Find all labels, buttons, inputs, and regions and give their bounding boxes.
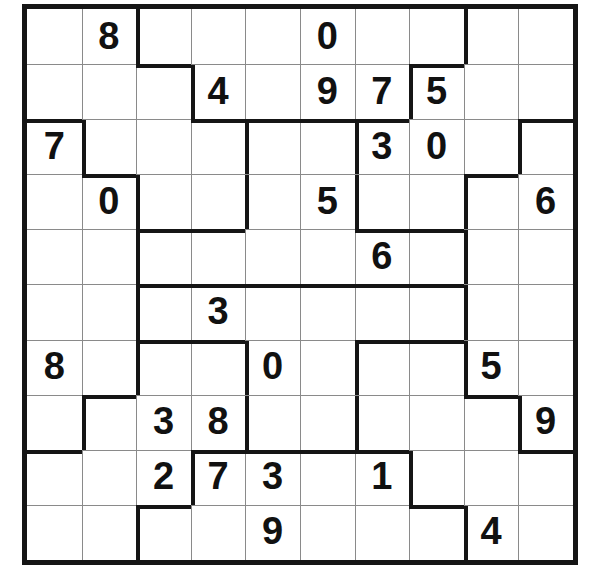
- grid-cell-r10c5[interactable]: 9: [245, 505, 300, 560]
- grid-cell-r10c7[interactable]: [355, 505, 410, 560]
- grid-cell-r3c8[interactable]: 0: [409, 119, 464, 174]
- grid-cell-r8c1[interactable]: [27, 395, 82, 450]
- given-digit: 8: [44, 347, 65, 385]
- grid-cell-r6c9[interactable]: [464, 284, 519, 339]
- given-digit: 1: [371, 457, 392, 495]
- page: { "game": "jigsaw-sudoku-10x10", "title"…: [0, 0, 600, 581]
- grid-cell-r2c6[interactable]: 9: [300, 64, 355, 119]
- grid-cell-r5c4[interactable]: [191, 229, 246, 284]
- given-digit: 7: [371, 72, 392, 110]
- grid-cell-r4c7[interactable]: [355, 174, 410, 229]
- grid-cell-r7c7[interactable]: [355, 340, 410, 395]
- given-digit: 2: [153, 457, 174, 495]
- grid-cell-r3c7[interactable]: 3: [355, 119, 410, 174]
- grid-cell-r9c2[interactable]: [82, 450, 137, 505]
- grid-cell-r4c1[interactable]: [27, 174, 82, 229]
- grid-cell-r1c3[interactable]: [136, 9, 191, 64]
- grid-cell-r1c10[interactable]: [518, 9, 573, 64]
- given-digit: 9: [262, 512, 283, 550]
- given-digit: 3: [371, 127, 392, 165]
- grid-cell-r4c9[interactable]: [464, 174, 519, 229]
- given-digit: 5: [317, 182, 338, 220]
- grid-cell-r5c1[interactable]: [27, 229, 82, 284]
- grid-cell-r8c6[interactable]: [300, 395, 355, 450]
- grid-cell-r10c3[interactable]: [136, 505, 191, 560]
- grid-cell-r5c3[interactable]: [136, 229, 191, 284]
- grid-cell-r8c5[interactable]: [245, 395, 300, 450]
- grid-cell-r2c5[interactable]: [245, 64, 300, 119]
- grid-cell-r9c5[interactable]: 3: [245, 450, 300, 505]
- puzzle-board: 80497573005663805389273194: [22, 4, 578, 565]
- grid-cell-r3c5[interactable]: [245, 119, 300, 174]
- grid-cell-r4c3[interactable]: [136, 174, 191, 229]
- grid-cell-r5c2[interactable]: [82, 229, 137, 284]
- grid-cell-r3c3[interactable]: [136, 119, 191, 174]
- grid-cell-r7c1[interactable]: 8: [27, 340, 82, 395]
- grid-cell-r6c4[interactable]: 3: [191, 284, 246, 339]
- grid-cell-r1c5[interactable]: [245, 9, 300, 64]
- grid-cell-r6c5[interactable]: [245, 284, 300, 339]
- grid-cell-r2c3[interactable]: [136, 64, 191, 119]
- grid-cell-r6c3[interactable]: [136, 284, 191, 339]
- given-digit: 0: [426, 127, 447, 165]
- given-digit: 9: [535, 402, 556, 440]
- given-digit: 5: [481, 347, 502, 385]
- grid-cell-r10c8[interactable]: [409, 505, 464, 560]
- given-digit: 8: [98, 17, 119, 55]
- grid-cell-r7c8[interactable]: [409, 340, 464, 395]
- grid-cell-r10c9[interactable]: 4: [464, 505, 519, 560]
- given-digit: 3: [208, 292, 229, 330]
- given-digit: 8: [208, 402, 229, 440]
- grid-cell-r8c7[interactable]: [355, 395, 410, 450]
- grid-cell-r2c2[interactable]: [82, 64, 137, 119]
- grid-cell-r6c8[interactable]: [409, 284, 464, 339]
- grid-cell-r1c6[interactable]: 0: [300, 9, 355, 64]
- grid-cell-r5c9[interactable]: [464, 229, 519, 284]
- given-digit: 5: [426, 72, 447, 110]
- given-digit: 6: [371, 237, 392, 275]
- grid-cell-r1c4[interactable]: [191, 9, 246, 64]
- grid-cell-r2c10[interactable]: [518, 64, 573, 119]
- grid-cell-r5c5[interactable]: [245, 229, 300, 284]
- grid-cell-r3c4[interactable]: [191, 119, 246, 174]
- grid-cell-r9c8[interactable]: [409, 450, 464, 505]
- grid-cell-r2c7[interactable]: 7: [355, 64, 410, 119]
- grid-cell-r9c10[interactable]: [518, 450, 573, 505]
- grid-cell-r4c2[interactable]: 0: [82, 174, 137, 229]
- grid-cell-r7c4[interactable]: [191, 340, 246, 395]
- grid-cell-r8c10[interactable]: 9: [518, 395, 573, 450]
- grid-cell-r5c10[interactable]: [518, 229, 573, 284]
- grid-cell-r10c10[interactable]: [518, 505, 573, 560]
- given-digit: 9: [317, 72, 338, 110]
- grid-cell-r3c10[interactable]: [518, 119, 573, 174]
- grid-cell-r4c8[interactable]: [409, 174, 464, 229]
- grid-cell-r3c2[interactable]: [82, 119, 137, 174]
- grid-cell-r3c6[interactable]: [300, 119, 355, 174]
- grid-cell-r5c8[interactable]: [409, 229, 464, 284]
- grid-cell-r8c2[interactable]: [82, 395, 137, 450]
- grid-cell-r2c9[interactable]: [464, 64, 519, 119]
- grid-cell-r1c9[interactable]: [464, 9, 519, 64]
- grid-cell-r3c1[interactable]: 7: [27, 119, 82, 174]
- given-digit: 6: [535, 182, 556, 220]
- grid-cell-r7c2[interactable]: [82, 340, 137, 395]
- given-digit: 4: [208, 72, 229, 110]
- grid-cell-r6c6[interactable]: [300, 284, 355, 339]
- grid-cell-r6c10[interactable]: [518, 284, 573, 339]
- given-digit: 7: [44, 127, 65, 165]
- grid-cell-r8c3[interactable]: 3: [136, 395, 191, 450]
- grid-cell-r9c9[interactable]: [464, 450, 519, 505]
- grid-cell-r9c3[interactable]: 2: [136, 450, 191, 505]
- grid-cell-r7c5[interactable]: 0: [245, 340, 300, 395]
- grid-cell-r4c10[interactable]: 6: [518, 174, 573, 229]
- grid-cell-r4c5[interactable]: [245, 174, 300, 229]
- grid-cell-r3c9[interactable]: [464, 119, 519, 174]
- grid-cell-r7c9[interactable]: 5: [464, 340, 519, 395]
- grid-cell-r7c3[interactable]: [136, 340, 191, 395]
- given-digit: 0: [262, 347, 283, 385]
- given-digit: 4: [481, 512, 502, 550]
- grid-cell-r2c1[interactable]: [27, 64, 82, 119]
- given-digit: 3: [153, 402, 174, 440]
- grid-cell-r6c2[interactable]: [82, 284, 137, 339]
- grid-cell-r4c4[interactable]: [191, 174, 246, 229]
- given-digit: 7: [208, 457, 229, 495]
- grid-cell-r9c4[interactable]: 7: [191, 450, 246, 505]
- given-digit: 0: [317, 17, 338, 55]
- grid-cell-r2c4[interactable]: 4: [191, 64, 246, 119]
- grid-cell-r1c7[interactable]: [355, 9, 410, 64]
- grid-cell-r5c7[interactable]: 6: [355, 229, 410, 284]
- grid-cell-r9c1[interactable]: [27, 450, 82, 505]
- grid-cell-r7c6[interactable]: [300, 340, 355, 395]
- grid-cell-r9c7[interactable]: 1: [355, 450, 410, 505]
- grid-cell-r1c8[interactable]: [409, 9, 464, 64]
- grid-cell-r4c6[interactable]: 5: [300, 174, 355, 229]
- grid-cell-r8c8[interactable]: [409, 395, 464, 450]
- grid-cell-r10c2[interactable]: [82, 505, 137, 560]
- grid-cell-r6c1[interactable]: [27, 284, 82, 339]
- grid-cell-r6c7[interactable]: [355, 284, 410, 339]
- grid-cell-r9c6[interactable]: [300, 450, 355, 505]
- grid-cell-r1c2[interactable]: 8: [82, 9, 137, 64]
- grid-cell-r10c4[interactable]: [191, 505, 246, 560]
- given-digit: 0: [98, 182, 119, 220]
- grid-cell-r8c9[interactable]: [464, 395, 519, 450]
- given-digit: 3: [262, 457, 283, 495]
- grid-cell-r1c1[interactable]: [27, 9, 82, 64]
- grid-cell-r7c10[interactable]: [518, 340, 573, 395]
- grid-cell-r10c6[interactable]: [300, 505, 355, 560]
- grid-cell-r8c4[interactable]: 8: [191, 395, 246, 450]
- grid-cell-r2c8[interactable]: 5: [409, 64, 464, 119]
- grid-cell-r5c6[interactable]: [300, 229, 355, 284]
- grid-cell-r10c1[interactable]: [27, 505, 82, 560]
